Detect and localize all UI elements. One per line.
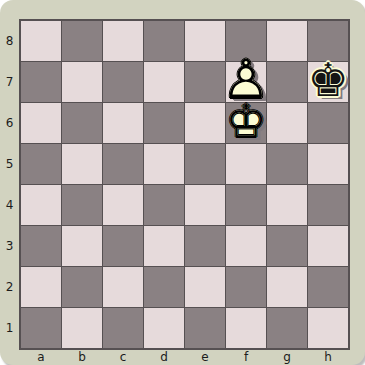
rank-label-3: 3 xyxy=(0,226,19,266)
board-panel: 8 7 6 5 4 3 2 1 ♟♙♚♚♔ a b c d e f g h xyxy=(0,0,365,365)
square-f3[interactable] xyxy=(226,226,266,266)
square-c8[interactable] xyxy=(103,21,143,61)
square-h6[interactable] xyxy=(308,103,348,143)
square-d8[interactable] xyxy=(144,21,184,61)
square-d4[interactable] xyxy=(144,185,184,225)
rank-label-6: 6 xyxy=(0,103,19,143)
square-a2[interactable] xyxy=(21,267,61,307)
white-king[interactable]: ♚♔ xyxy=(226,103,266,143)
square-f4[interactable] xyxy=(226,185,266,225)
chess-board: ♟♙♚♚♔ xyxy=(19,19,350,350)
square-d3[interactable] xyxy=(144,226,184,266)
rank-label-2: 2 xyxy=(0,267,19,307)
square-d7[interactable] xyxy=(144,62,184,102)
square-d2[interactable] xyxy=(144,267,184,307)
square-f1[interactable] xyxy=(226,308,266,348)
file-label-g: g xyxy=(267,349,307,365)
square-g4[interactable] xyxy=(267,185,307,225)
rank-label-4: 4 xyxy=(0,185,19,225)
square-h3[interactable] xyxy=(308,226,348,266)
file-label-c: c xyxy=(103,349,143,365)
square-d6[interactable] xyxy=(144,103,184,143)
square-a4[interactable] xyxy=(21,185,61,225)
black-king[interactable]: ♚ xyxy=(308,62,348,102)
square-a7[interactable] xyxy=(21,62,61,102)
square-f7[interactable]: ♟♙ xyxy=(226,62,266,102)
square-h4[interactable] xyxy=(308,185,348,225)
square-b4[interactable] xyxy=(62,185,102,225)
king-silhouette: ♚ xyxy=(225,98,266,144)
rank-label-1: 1 xyxy=(0,308,19,348)
rank-labels: 8 7 6 5 4 3 2 1 xyxy=(0,21,19,348)
square-f6[interactable]: ♚♔ xyxy=(226,103,266,143)
square-e3[interactable] xyxy=(185,226,225,266)
square-b8[interactable] xyxy=(62,21,102,61)
square-g3[interactable] xyxy=(267,226,307,266)
square-a1[interactable] xyxy=(21,308,61,348)
square-b5[interactable] xyxy=(62,144,102,184)
file-label-b: b xyxy=(62,349,102,365)
square-c4[interactable] xyxy=(103,185,143,225)
file-label-a: a xyxy=(21,349,61,365)
square-b3[interactable] xyxy=(62,226,102,266)
square-c1[interactable] xyxy=(103,308,143,348)
square-d1[interactable] xyxy=(144,308,184,348)
square-f2[interactable] xyxy=(226,267,266,307)
square-c7[interactable] xyxy=(103,62,143,102)
square-e5[interactable] xyxy=(185,144,225,184)
square-a3[interactable] xyxy=(21,226,61,266)
file-label-d: d xyxy=(144,349,184,365)
square-g2[interactable] xyxy=(267,267,307,307)
file-label-e: e xyxy=(185,349,225,365)
square-g7[interactable] xyxy=(267,62,307,102)
square-b7[interactable] xyxy=(62,62,102,102)
square-b2[interactable] xyxy=(62,267,102,307)
king-outline: ♔ xyxy=(225,98,266,144)
file-label-f: f xyxy=(226,349,266,365)
file-label-h: h xyxy=(308,349,348,365)
square-c3[interactable] xyxy=(103,226,143,266)
square-f8[interactable] xyxy=(226,21,266,61)
square-g6[interactable] xyxy=(267,103,307,143)
white-pawn[interactable]: ♟♙ xyxy=(226,62,266,102)
square-g8[interactable] xyxy=(267,21,307,61)
square-e7[interactable] xyxy=(185,62,225,102)
square-h5[interactable] xyxy=(308,144,348,184)
king-solid: ♚ xyxy=(307,57,348,103)
square-a6[interactable] xyxy=(21,103,61,143)
square-e6[interactable] xyxy=(185,103,225,143)
square-b1[interactable] xyxy=(62,308,102,348)
file-labels: a b c d e f g h xyxy=(21,349,348,365)
square-d5[interactable] xyxy=(144,144,184,184)
square-h2[interactable] xyxy=(308,267,348,307)
rank-label-8: 8 xyxy=(0,21,19,61)
square-a8[interactable] xyxy=(21,21,61,61)
square-g5[interactable] xyxy=(267,144,307,184)
square-a5[interactable] xyxy=(21,144,61,184)
rank-label-5: 5 xyxy=(0,144,19,184)
square-b6[interactable] xyxy=(62,103,102,143)
square-h8[interactable] xyxy=(308,21,348,61)
square-h1[interactable] xyxy=(308,308,348,348)
square-f5[interactable] xyxy=(226,144,266,184)
square-e2[interactable] xyxy=(185,267,225,307)
square-e4[interactable] xyxy=(185,185,225,225)
square-h7[interactable]: ♚ xyxy=(308,62,348,102)
square-g1[interactable] xyxy=(267,308,307,348)
square-e8[interactable] xyxy=(185,21,225,61)
rank-label-7: 7 xyxy=(0,62,19,102)
square-e1[interactable] xyxy=(185,308,225,348)
square-c6[interactable] xyxy=(103,103,143,143)
square-c2[interactable] xyxy=(103,267,143,307)
square-c5[interactable] xyxy=(103,144,143,184)
